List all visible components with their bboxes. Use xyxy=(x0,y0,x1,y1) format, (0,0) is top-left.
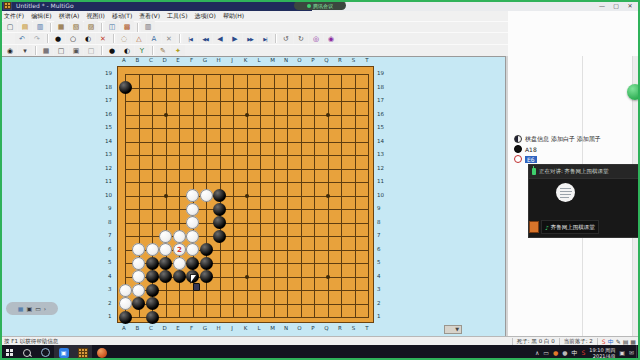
coord-letter-bottom: L xyxy=(257,325,260,331)
coord-number-right: 9 xyxy=(377,205,381,211)
coord-letter-top: F xyxy=(190,57,193,63)
menu-file[interactable]: 文件(F) xyxy=(4,12,24,21)
chevron-right-icon[interactable]: › xyxy=(44,302,46,315)
coord-letter-bottom: N xyxy=(284,325,288,331)
coord-letter-bottom: E xyxy=(176,325,179,331)
nav-back-button[interactable]: ◀ xyxy=(213,33,227,45)
toolbar-file: ▢▤▥▦▧▨◫▩▥ xyxy=(0,21,508,32)
star-point xyxy=(245,194,249,198)
find-position-button[interactable]: ◎ xyxy=(309,33,323,45)
taskbar-app-tencent-meeting-icon: ▣ xyxy=(59,348,69,358)
multigo-titlebar[interactable]: Untitled * - MultiGo xyxy=(0,0,312,11)
white-stone-A3[interactable] xyxy=(119,284,132,297)
setup-filled-button[interactable]: ▣ xyxy=(69,45,83,57)
coord-letter-bottom: Q xyxy=(324,325,328,331)
toolbar-separator xyxy=(137,23,138,32)
windows-taskbar: ▣ ∧▭●●中S19:10 周四2021/4/8▣✉ xyxy=(0,345,640,360)
status-help-text: 按 F1 以获得帮助信息 xyxy=(4,338,512,345)
tray-sogou-icon[interactable]: S xyxy=(581,345,585,360)
white-stone-C6[interactable] xyxy=(146,243,159,256)
minimize-button[interactable]: — xyxy=(596,1,608,10)
star-point xyxy=(326,275,330,279)
play-white-stone-button[interactable]: ○ xyxy=(66,33,80,45)
coord-letter-top: B xyxy=(136,57,140,63)
mode-dropdown-button[interactable]: ▾ xyxy=(18,45,32,57)
taskbar-app-multigo[interactable] xyxy=(73,345,92,360)
black-stone-H10[interactable] xyxy=(213,189,226,202)
tencent-meeting-pill[interactable]: 腾讯会议 xyxy=(294,1,346,10)
tray-orange-dot-icon[interactable]: ● xyxy=(553,345,558,360)
coord-number-right: 2 xyxy=(377,300,381,306)
black-stone-D4[interactable] xyxy=(159,270,172,283)
find-next-button[interactable]: ◉ xyxy=(324,33,338,45)
tray-note-icon[interactable]: ▣ xyxy=(619,345,625,360)
marker-delete-button[interactable]: ✕ xyxy=(162,33,176,45)
coord-number-left: 17 xyxy=(105,97,112,103)
black-stone-C1[interactable] xyxy=(146,311,159,324)
tree-node-e6[interactable]: E6 xyxy=(514,154,580,164)
setup-empty-button[interactable]: □ xyxy=(54,45,68,57)
white-stone-A2[interactable] xyxy=(119,297,132,310)
coord-number-right: 18 xyxy=(377,84,384,90)
black-stone-icon xyxy=(514,145,522,153)
coord-number-left: 12 xyxy=(105,165,112,171)
white-stone-B4[interactable] xyxy=(132,270,145,283)
coord-number-right: 7 xyxy=(377,232,381,238)
coord-letter-bottom: A xyxy=(122,325,126,331)
white-stone-E7[interactable] xyxy=(173,230,186,243)
star-point xyxy=(164,113,168,117)
redo-button[interactable]: ↷ xyxy=(30,33,44,45)
white-stone-F10[interactable] xyxy=(186,189,199,202)
black-stone-H8[interactable] xyxy=(213,216,226,229)
grid-line-v xyxy=(368,74,369,318)
panel-splitter[interactable] xyxy=(505,56,508,336)
coord-number-right: 14 xyxy=(377,138,384,144)
coord-number-left: 18 xyxy=(105,84,112,90)
voice-chat-panel: 正在对讲: 齐鲁网上围棋课堂 ♪ 齐鲁网上围棋课堂 xyxy=(528,164,640,238)
coord-letter-bottom: T xyxy=(365,325,368,331)
tray-ime-zhong-icon[interactable]: 中 xyxy=(571,345,577,360)
camera-icon[interactable]: ▣ xyxy=(26,302,32,315)
white-stone-G10[interactable] xyxy=(200,189,213,202)
coord-number-right: 12 xyxy=(377,165,384,171)
coord-number-right: 5 xyxy=(377,259,381,265)
tray-person-icon[interactable]: ● xyxy=(562,345,567,360)
tray-mail-icon[interactable]: ✉ xyxy=(629,345,634,360)
mouse-cursor-icon xyxy=(190,274,202,289)
menu-edit[interactable]: 编辑(E) xyxy=(31,12,51,21)
black-stone-G6[interactable] xyxy=(200,243,213,256)
toolbar-separator xyxy=(113,34,114,43)
toggle-color-button[interactable]: ◐ xyxy=(81,33,95,45)
coord-number-left: 10 xyxy=(105,192,112,198)
coord-number-right: 16 xyxy=(377,111,384,117)
star-point xyxy=(326,113,330,117)
coord-letter-top: H xyxy=(216,57,220,63)
white-stone-B5[interactable] xyxy=(132,257,145,270)
add-white-stone-button[interactable]: ◐ xyxy=(120,45,134,57)
tray-chevron-icon[interactable]: ∧ xyxy=(535,345,539,360)
star-point xyxy=(164,194,168,198)
mode-play-button[interactable]: ◉ xyxy=(3,45,17,57)
coord-letter-bottom: H xyxy=(216,325,220,331)
floating-voice-ball[interactable] xyxy=(627,84,640,100)
meeting-status-dot-icon xyxy=(307,4,311,8)
nav-forward-button[interactable]: ▶ xyxy=(228,33,242,45)
coord-number-left: 3 xyxy=(108,286,112,292)
grid-line-h xyxy=(125,317,369,318)
clock-date: 2021/4/8 xyxy=(589,353,615,359)
clock-time: 19:10 周四 xyxy=(589,347,615,353)
nav-forward10-button[interactable]: ▶▶ xyxy=(243,33,257,45)
toolbar-separator xyxy=(35,46,36,55)
coord-letter-top: A xyxy=(122,57,126,63)
coord-number-right: 1 xyxy=(377,313,381,319)
white-stone-B3[interactable] xyxy=(132,284,145,297)
white-stone-D7[interactable] xyxy=(159,230,172,243)
coord-number-left: 14 xyxy=(105,138,112,144)
black-stone-A1[interactable] xyxy=(119,311,132,324)
cortana-icon xyxy=(41,348,50,357)
coord-letter-top: T xyxy=(365,57,368,63)
black-stone-H7[interactable] xyxy=(213,230,226,243)
coord-number-right: 19 xyxy=(377,70,384,76)
toolbar-edit: ↶↷●○◐✕◌△A✕|◀◀◀◀▶▶▶▶|↺↻◎◉ xyxy=(0,32,508,44)
white-stone-D6[interactable] xyxy=(159,243,172,256)
black-stone-B2[interactable] xyxy=(132,297,145,310)
grid-line-h xyxy=(125,304,369,305)
coord-number-left: 2 xyxy=(108,300,112,306)
marker-circle-button[interactable]: ◌ xyxy=(117,33,131,45)
taskbar-app-voice-icon xyxy=(97,348,107,358)
menu-game[interactable]: 棋谱(A) xyxy=(59,12,80,21)
grid-line-h xyxy=(125,223,369,224)
outer-window-titlebar xyxy=(312,0,640,11)
toolbar-separator xyxy=(179,34,180,43)
star-point xyxy=(245,275,249,279)
nav-last-button[interactable]: ▶| xyxy=(258,33,272,45)
coord-letter-bottom: P xyxy=(311,325,314,331)
multigo-app-icon xyxy=(3,1,12,10)
tree-node-root[interactable]: 棋盘信息 添加白子 添加黑子 xyxy=(514,134,580,144)
edit-comment-button[interactable]: ✎ xyxy=(156,45,170,57)
toolbar-separator xyxy=(275,34,276,43)
tree-node-label: E6 xyxy=(525,156,537,163)
grid-line-v xyxy=(287,74,288,318)
rotate-left-button[interactable]: ↺ xyxy=(279,33,293,45)
play-black-stone-button[interactable]: ● xyxy=(51,33,65,45)
walkie-talkie-icon xyxy=(532,168,536,175)
move-number-label: 2 xyxy=(177,246,182,254)
coord-number-left: 13 xyxy=(105,151,112,157)
white-stone-F8[interactable] xyxy=(186,216,199,229)
add-black-stone-button[interactable]: ● xyxy=(105,45,119,57)
room-name-box[interactable]: ♪ 齐鲁网上围棋课堂 xyxy=(541,220,599,234)
nav-first-button[interactable]: |◀ xyxy=(183,33,197,45)
menu-tools[interactable]: 工具(S) xyxy=(167,12,188,21)
toolbar-separator xyxy=(101,46,102,55)
status-captures: 死子: 黑 0 白 0 xyxy=(512,338,559,345)
coord-number-right: 17 xyxy=(377,97,384,103)
coord-number-left: 1 xyxy=(108,313,112,319)
tray-display-icon[interactable]: ▭ xyxy=(543,345,549,360)
black-stone-G5[interactable] xyxy=(200,257,213,270)
coord-letter-top: N xyxy=(284,57,288,63)
toolbar-separator xyxy=(152,46,153,55)
coord-number-right: 13 xyxy=(377,151,384,157)
screen-icon[interactable]: ▭ xyxy=(35,302,41,315)
go-board[interactable]: 2 xyxy=(117,66,374,323)
black-stone-C3[interactable] xyxy=(146,284,159,297)
coord-number-right: 10 xyxy=(377,192,384,198)
setup-region-button[interactable]: □ xyxy=(84,45,98,57)
black-stone-E4[interactable] xyxy=(173,270,186,283)
root-node-icon xyxy=(514,135,522,143)
speaker-icon: ♪ xyxy=(545,224,549,231)
nav-back10-button[interactable]: ◀◀ xyxy=(198,33,212,45)
grid-line-h xyxy=(125,290,369,291)
grid-line-v xyxy=(341,74,342,318)
taskbar-clock[interactable]: 19:10 周四2021/4/8 xyxy=(589,347,615,359)
coord-number-left: 16 xyxy=(105,111,112,117)
menu-help[interactable]: 帮助(H) xyxy=(223,12,244,21)
search-icon xyxy=(23,349,31,357)
black-stone-F5[interactable] xyxy=(186,257,199,270)
grid-line-h xyxy=(125,209,369,210)
coord-letter-bottom: O xyxy=(297,325,301,331)
coord-number-left: 6 xyxy=(108,246,112,252)
menu-look[interactable]: 查看(V) xyxy=(139,12,160,21)
rotate-right-button[interactable]: ↻ xyxy=(294,33,308,45)
windows-logo-icon xyxy=(6,349,13,356)
coord-letter-top: G xyxy=(203,57,207,63)
start-button[interactable] xyxy=(0,345,18,360)
coord-letter-top: O xyxy=(297,57,301,63)
white-stone-B6[interactable] xyxy=(132,243,145,256)
menu-view[interactable]: 视图(I) xyxy=(86,12,104,21)
taskbar-app-voice[interactable] xyxy=(92,345,111,360)
coord-letter-bottom: R xyxy=(338,325,342,331)
grid-line-v xyxy=(314,74,315,318)
menu-move[interactable]: 移动(T) xyxy=(112,12,132,21)
coord-letter-bottom: K xyxy=(244,325,248,331)
star-point xyxy=(245,113,249,117)
window-title: Untitled * - MultiGo xyxy=(16,2,74,9)
grid-line-v xyxy=(355,74,356,318)
coord-letter-top: S xyxy=(352,57,356,63)
coord-letter-top: L xyxy=(257,57,260,63)
undo-button[interactable]: ↶ xyxy=(15,33,29,45)
coord-letter-bottom: S xyxy=(352,325,356,331)
voice-room-row: ♪ 齐鲁网上围棋课堂 xyxy=(529,220,599,234)
white-stone-E5[interactable] xyxy=(173,257,186,270)
coord-number-right: 6 xyxy=(377,246,381,252)
coord-number-left: 5 xyxy=(108,259,112,265)
meeting-pill-label: 腾讯会议 xyxy=(313,3,333,9)
white-stone-F9[interactable] xyxy=(186,203,199,216)
coord-number-right: 15 xyxy=(377,124,384,130)
black-stone-C2[interactable] xyxy=(146,297,159,310)
coord-letter-bottom: G xyxy=(203,325,207,331)
grid-line-v xyxy=(274,74,275,318)
board-option-dropdown[interactable]: ▼ xyxy=(444,325,462,334)
coord-number-right: 4 xyxy=(377,273,381,279)
grid-line-v xyxy=(301,74,302,318)
search-button[interactable] xyxy=(18,345,36,360)
taskbar-apps: ▣ xyxy=(54,345,111,360)
toolbar-separator xyxy=(101,23,102,32)
taskbar-app-multigo-icon xyxy=(78,348,88,358)
coord-letter-bottom: M xyxy=(270,325,275,331)
white-stone-F6[interactable] xyxy=(186,243,199,256)
coord-letter-top: Q xyxy=(324,57,328,63)
toolbar-separator xyxy=(50,23,51,32)
coord-number-right: 11 xyxy=(377,178,384,184)
voice-chat-header[interactable]: 正在对讲: 齐鲁网上围棋课堂 xyxy=(529,165,639,179)
room-avatar xyxy=(529,221,539,233)
star-point xyxy=(326,194,330,198)
coord-letter-bottom: B xyxy=(136,325,140,331)
game-info-button[interactable]: ✦ xyxy=(171,45,185,57)
meeting-control-pill[interactable]: ▦ ▣ ▭ › xyxy=(6,302,58,315)
coord-letter-bottom: F xyxy=(190,325,193,331)
marker-letter-button[interactable]: A xyxy=(147,33,161,45)
toolbar-tools: ◉▾▦□▣□●◐Y✎✦ xyxy=(0,44,508,56)
coord-letter-top: C xyxy=(149,57,153,63)
coord-number-left: 8 xyxy=(108,219,112,225)
coord-letter-top: P xyxy=(311,57,314,63)
black-stone-C5[interactable] xyxy=(146,257,159,270)
toolbar-separator xyxy=(47,34,48,43)
tree-node-a18[interactable]: A18 xyxy=(514,144,580,154)
cortana-button[interactable] xyxy=(36,345,54,360)
coord-letter-top: E xyxy=(176,57,179,63)
coord-letter-bottom: D xyxy=(162,325,166,331)
room-emblem xyxy=(556,183,575,202)
black-stone-A18[interactable] xyxy=(119,81,132,94)
coord-letter-top: K xyxy=(244,57,248,63)
black-stone-C4[interactable] xyxy=(146,270,159,283)
delete-stone-button[interactable]: ✕ xyxy=(96,33,110,45)
tree-node-label: A18 xyxy=(525,146,537,153)
menu-bar: 文件(F)编辑(E)棋谱(A)视图(I)移动(T)查看(V)工具(S)选项(O)… xyxy=(0,11,508,21)
coord-letter-bottom: C xyxy=(149,325,153,331)
menu-options[interactable]: 选项(O) xyxy=(195,12,216,21)
black-stone-D5[interactable] xyxy=(159,257,172,270)
grid-line-v xyxy=(260,74,261,318)
coord-number-right: 3 xyxy=(377,286,381,292)
tree-node-label: 棋盘信息 添加白子 添加黑子 xyxy=(525,135,601,144)
share-grid-icon[interactable]: ▦ xyxy=(18,302,24,315)
coord-letter-top: R xyxy=(338,57,342,63)
marker-triangle-button[interactable]: △ xyxy=(132,33,146,45)
status-current-move: 当前落子: 2 xyxy=(559,338,597,345)
branch-button[interactable]: Y xyxy=(135,45,149,57)
coord-letter-top: D xyxy=(162,57,166,63)
screen: Untitled * - MultiGo — ▢ ✕ 腾讯会议 文件(F)编辑(… xyxy=(0,0,640,360)
show-desktop-button[interactable] xyxy=(636,345,640,360)
coord-number-left: 11 xyxy=(105,178,112,184)
close-button[interactable]: ✕ xyxy=(624,1,636,10)
system-tray: ∧▭●●中S19:10 周四2021/4/8▣✉ xyxy=(535,345,636,360)
taskbar-app-tencent-meeting[interactable]: ▣ xyxy=(54,345,73,360)
coord-number-right: 8 xyxy=(377,219,381,225)
coord-number-left: 7 xyxy=(108,232,112,238)
setup-board-button[interactable]: ▦ xyxy=(39,45,53,57)
coord-number-left: 9 xyxy=(108,205,112,211)
coord-letter-top: J xyxy=(231,57,233,63)
voice-chat-title: 正在对讲: 齐鲁网上围棋课堂 xyxy=(539,168,609,175)
maximize-button[interactable]: ▢ xyxy=(610,1,622,10)
coord-number-left: 4 xyxy=(108,273,112,279)
game-tree-panel: 棋盘信息 添加白子 添加黑子A18E6 xyxy=(514,134,580,164)
coord-number-left: 15 xyxy=(105,124,112,130)
room-name: 齐鲁网上围棋课堂 xyxy=(551,224,595,231)
white-stone-F7[interactable] xyxy=(186,230,199,243)
coord-letter-bottom: J xyxy=(231,325,233,331)
black-stone-H9[interactable] xyxy=(213,203,226,216)
coord-number-left: 19 xyxy=(105,70,112,76)
white-stone-icon xyxy=(514,155,522,163)
coord-letter-top: M xyxy=(270,57,275,63)
